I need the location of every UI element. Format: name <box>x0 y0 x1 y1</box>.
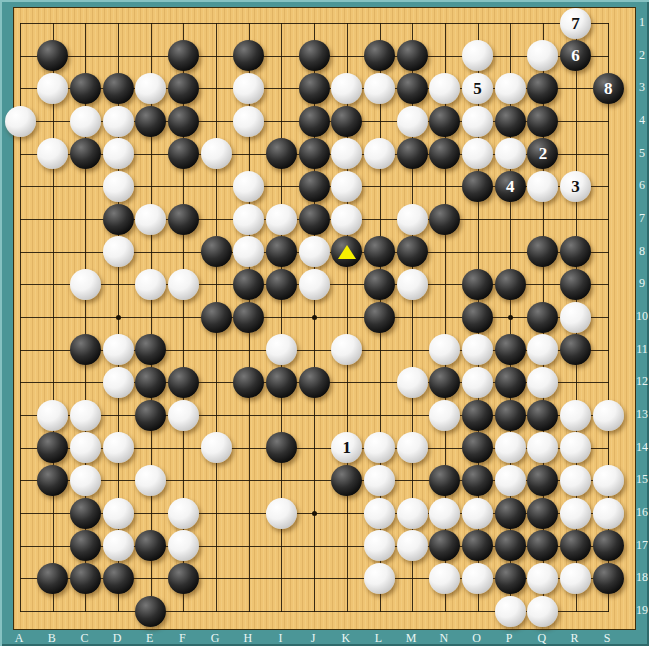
stone-F9[interactable] <box>168 269 199 300</box>
column-label-B: B <box>42 631 62 646</box>
stone-O12[interactable] <box>462 367 493 398</box>
stone-C3[interactable] <box>70 73 101 104</box>
stone-M16[interactable] <box>397 498 428 529</box>
stone-G14[interactable] <box>201 432 232 463</box>
stone-O13[interactable] <box>462 400 493 431</box>
stone-J3[interactable] <box>299 73 330 104</box>
stone-Q19[interactable] <box>527 596 558 627</box>
column-label-H: H <box>238 631 258 646</box>
stone-B3[interactable] <box>37 73 68 104</box>
stone-J5[interactable] <box>299 138 330 169</box>
stone-F5[interactable] <box>168 138 199 169</box>
stone-S16[interactable] <box>593 498 624 529</box>
move-number-label: 3 <box>571 178 580 195</box>
stone-Q5[interactable]: 2 <box>527 138 558 169</box>
column-label-J: J <box>303 631 323 646</box>
stone-I7[interactable] <box>266 204 297 235</box>
stone-F3[interactable] <box>168 73 199 104</box>
stone-O16[interactable] <box>462 498 493 529</box>
stone-N12[interactable] <box>429 367 460 398</box>
stone-N3[interactable] <box>429 73 460 104</box>
stone-F2[interactable] <box>168 40 199 71</box>
stone-O9[interactable] <box>462 269 493 300</box>
stone-P17[interactable] <box>495 530 526 561</box>
column-label-N: N <box>434 631 454 646</box>
stone-H2[interactable] <box>233 40 264 71</box>
stone-P6[interactable]: 4 <box>495 171 526 202</box>
stone-P16[interactable] <box>495 498 526 529</box>
column-label-G: G <box>205 631 225 646</box>
stone-N7[interactable] <box>429 204 460 235</box>
stone-P5[interactable] <box>495 138 526 169</box>
column-label-L: L <box>369 631 389 646</box>
stone-J7[interactable] <box>299 204 330 235</box>
stone-P18[interactable] <box>495 563 526 594</box>
stone-C4[interactable] <box>70 106 101 137</box>
stone-I14[interactable] <box>266 432 297 463</box>
stone-D6[interactable] <box>103 171 134 202</box>
star-point <box>508 315 513 320</box>
triangle-marker-icon <box>338 245 356 259</box>
stone-B14[interactable] <box>37 432 68 463</box>
stone-C18[interactable] <box>70 563 101 594</box>
stone-C17[interactable] <box>70 530 101 561</box>
column-label-O: O <box>467 631 487 646</box>
stone-D3[interactable] <box>103 73 134 104</box>
stone-R13[interactable] <box>560 400 591 431</box>
stone-M4[interactable] <box>397 106 428 137</box>
stone-Q13[interactable] <box>527 400 558 431</box>
stone-G8[interactable] <box>201 236 232 267</box>
stone-F16[interactable] <box>168 498 199 529</box>
stone-I5[interactable] <box>266 138 297 169</box>
stone-R15[interactable] <box>560 465 591 496</box>
stone-P11[interactable] <box>495 334 526 365</box>
stone-C16[interactable] <box>70 498 101 529</box>
stone-R2[interactable]: 6 <box>560 40 591 71</box>
row-label-9: 9 <box>635 276 649 291</box>
stone-R1[interactable]: 7 <box>560 8 591 39</box>
move-number-label: 7 <box>571 15 580 32</box>
stone-C9[interactable] <box>70 269 101 300</box>
stone-J12[interactable] <box>299 367 330 398</box>
stone-H10[interactable] <box>233 302 264 333</box>
stone-J4[interactable] <box>299 106 330 137</box>
row-label-4: 4 <box>635 113 649 128</box>
stone-Q4[interactable] <box>527 106 558 137</box>
column-label-I: I <box>270 631 290 646</box>
stone-A4[interactable] <box>5 106 36 137</box>
move-number-label: 8 <box>604 80 613 97</box>
column-label-D: D <box>107 631 127 646</box>
stone-E3[interactable] <box>135 73 166 104</box>
stone-H8[interactable] <box>233 236 264 267</box>
column-label-S: S <box>597 631 617 646</box>
stone-M2[interactable] <box>397 40 428 71</box>
stone-F13[interactable] <box>168 400 199 431</box>
star-point <box>312 315 317 320</box>
stone-Q6[interactable] <box>527 171 558 202</box>
stone-P3[interactable] <box>495 73 526 104</box>
stone-P19[interactable] <box>495 596 526 627</box>
stone-L15[interactable] <box>364 465 395 496</box>
stone-E17[interactable] <box>135 530 166 561</box>
move-number-label: 4 <box>506 178 515 195</box>
go-board[interactable]: 76582431 <box>13 7 636 630</box>
stone-E4[interactable] <box>135 106 166 137</box>
row-label-10: 10 <box>635 309 649 324</box>
stone-M14[interactable] <box>397 432 428 463</box>
star-point <box>312 511 317 516</box>
stone-O15[interactable] <box>462 465 493 496</box>
stone-C15[interactable] <box>70 465 101 496</box>
stone-H3[interactable] <box>233 73 264 104</box>
stone-O3[interactable]: 5 <box>462 73 493 104</box>
stone-O18[interactable] <box>462 563 493 594</box>
stone-O5[interactable] <box>462 138 493 169</box>
stone-H9[interactable] <box>233 269 264 300</box>
stone-H4[interactable] <box>233 106 264 137</box>
column-label-A: A <box>9 631 29 646</box>
stone-N11[interactable] <box>429 334 460 365</box>
stone-O6[interactable] <box>462 171 493 202</box>
stone-Q10[interactable] <box>527 302 558 333</box>
stone-B2[interactable] <box>37 40 68 71</box>
stone-B18[interactable] <box>37 563 68 594</box>
stone-R10[interactable] <box>560 302 591 333</box>
stone-Q15[interactable] <box>527 465 558 496</box>
row-label-13: 13 <box>635 407 649 422</box>
stone-H7[interactable] <box>233 204 264 235</box>
stone-Q17[interactable] <box>527 530 558 561</box>
stone-B15[interactable] <box>37 465 68 496</box>
stone-L16[interactable] <box>364 498 395 529</box>
move-number-label: 6 <box>571 47 580 64</box>
stone-S13[interactable] <box>593 400 624 431</box>
stone-R6[interactable]: 3 <box>560 171 591 202</box>
row-label-7: 7 <box>635 211 649 226</box>
stone-Q16[interactable] <box>527 498 558 529</box>
stone-F12[interactable] <box>168 367 199 398</box>
stone-Q2[interactable] <box>527 40 558 71</box>
stone-S3[interactable]: 8 <box>593 73 624 104</box>
stone-K4[interactable] <box>331 106 362 137</box>
row-label-16: 16 <box>635 505 649 520</box>
stone-D11[interactable] <box>103 334 134 365</box>
row-label-5: 5 <box>635 146 649 161</box>
go-app-window: 76582431 ABCDEFGHIJKLMNOPQRS 12345678910… <box>0 0 649 646</box>
row-label-15: 15 <box>635 472 649 487</box>
stone-M3[interactable] <box>397 73 428 104</box>
stone-Q11[interactable] <box>527 334 558 365</box>
stone-B13[interactable] <box>37 400 68 431</box>
stone-Q3[interactable] <box>527 73 558 104</box>
stone-C13[interactable] <box>70 400 101 431</box>
stone-R14[interactable] <box>560 432 591 463</box>
stone-S15[interactable] <box>593 465 624 496</box>
stone-O2[interactable] <box>462 40 493 71</box>
stone-S17[interactable] <box>593 530 624 561</box>
stone-O11[interactable] <box>462 334 493 365</box>
stone-Q12[interactable] <box>527 367 558 398</box>
stone-N15[interactable] <box>429 465 460 496</box>
move-number-label: 2 <box>539 145 548 162</box>
row-label-3: 3 <box>635 80 649 95</box>
stone-R18[interactable] <box>560 563 591 594</box>
stone-L18[interactable] <box>364 563 395 594</box>
stone-P15[interactable] <box>495 465 526 496</box>
stone-Q18[interactable] <box>527 563 558 594</box>
stone-L2[interactable] <box>364 40 395 71</box>
stone-O14[interactable] <box>462 432 493 463</box>
stone-H6[interactable] <box>233 171 264 202</box>
row-label-11: 11 <box>635 342 649 357</box>
stone-O17[interactable] <box>462 530 493 561</box>
stone-R17[interactable] <box>560 530 591 561</box>
row-label-12: 12 <box>635 374 649 389</box>
stone-L9[interactable] <box>364 269 395 300</box>
stone-D16[interactable] <box>103 498 134 529</box>
stone-J2[interactable] <box>299 40 330 71</box>
row-label-2: 2 <box>635 48 649 63</box>
stone-K8[interactable] <box>331 236 362 267</box>
stone-J9[interactable] <box>299 269 330 300</box>
row-label-8: 8 <box>635 244 649 259</box>
row-label-17: 17 <box>635 538 649 553</box>
stone-O4[interactable] <box>462 106 493 137</box>
stone-L3[interactable] <box>364 73 395 104</box>
stone-D17[interactable] <box>103 530 134 561</box>
stone-L14[interactable] <box>364 432 395 463</box>
stone-M7[interactable] <box>397 204 428 235</box>
stone-I8[interactable] <box>266 236 297 267</box>
stone-P9[interactable] <box>495 269 526 300</box>
row-label-19: 19 <box>635 603 649 618</box>
stone-J6[interactable] <box>299 171 330 202</box>
stone-F17[interactable] <box>168 530 199 561</box>
stone-K7[interactable] <box>331 204 362 235</box>
stone-L17[interactable] <box>364 530 395 561</box>
stone-K11[interactable] <box>331 334 362 365</box>
stone-F4[interactable] <box>168 106 199 137</box>
stone-C14[interactable] <box>70 432 101 463</box>
stone-G10[interactable] <box>201 302 232 333</box>
stone-L10[interactable] <box>364 302 395 333</box>
stone-F7[interactable] <box>168 204 199 235</box>
stone-N5[interactable] <box>429 138 460 169</box>
stone-M9[interactable] <box>397 269 428 300</box>
stone-B5[interactable] <box>37 138 68 169</box>
stone-M12[interactable] <box>397 367 428 398</box>
stone-M5[interactable] <box>397 138 428 169</box>
stone-O10[interactable] <box>462 302 493 333</box>
stone-D12[interactable] <box>103 367 134 398</box>
move-number-label: 1 <box>343 439 352 456</box>
stone-K3[interactable] <box>331 73 362 104</box>
stone-R11[interactable] <box>560 334 591 365</box>
stone-N13[interactable] <box>429 400 460 431</box>
stone-M17[interactable] <box>397 530 428 561</box>
stone-H12[interactable] <box>233 367 264 398</box>
stone-F18[interactable] <box>168 563 199 594</box>
row-label-18: 18 <box>635 570 649 585</box>
stone-M8[interactable] <box>397 236 428 267</box>
stone-Q8[interactable] <box>527 236 558 267</box>
column-label-M: M <box>401 631 421 646</box>
stone-E13[interactable] <box>135 400 166 431</box>
stone-R8[interactable] <box>560 236 591 267</box>
stone-E15[interactable] <box>135 465 166 496</box>
stone-N4[interactable] <box>429 106 460 137</box>
star-point <box>116 315 121 320</box>
stone-G5[interactable] <box>201 138 232 169</box>
stone-K6[interactable] <box>331 171 362 202</box>
stone-L5[interactable] <box>364 138 395 169</box>
stone-E9[interactable] <box>135 269 166 300</box>
stone-E12[interactable] <box>135 367 166 398</box>
row-label-1: 1 <box>635 15 649 30</box>
stone-N16[interactable] <box>429 498 460 529</box>
column-label-Q: Q <box>532 631 552 646</box>
stone-J8[interactable] <box>299 236 330 267</box>
stone-P14[interactable] <box>495 432 526 463</box>
stone-S18[interactable] <box>593 563 624 594</box>
stone-N17[interactable] <box>429 530 460 561</box>
stone-I16[interactable] <box>266 498 297 529</box>
stone-P4[interactable] <box>495 106 526 137</box>
move-number-label: 5 <box>473 80 482 97</box>
stone-L8[interactable] <box>364 236 395 267</box>
stone-D14[interactable] <box>103 432 134 463</box>
column-label-F: F <box>172 631 192 646</box>
column-label-C: C <box>74 631 94 646</box>
column-label-R: R <box>565 631 585 646</box>
stone-E11[interactable] <box>135 334 166 365</box>
stone-D5[interactable] <box>103 138 134 169</box>
stone-D7[interactable] <box>103 204 134 235</box>
stone-Q14[interactable] <box>527 432 558 463</box>
row-label-6: 6 <box>635 178 649 193</box>
stone-I11[interactable] <box>266 334 297 365</box>
column-label-P: P <box>499 631 519 646</box>
stone-P12[interactable] <box>495 367 526 398</box>
stone-R16[interactable] <box>560 498 591 529</box>
stone-D8[interactable] <box>103 236 134 267</box>
stone-D4[interactable] <box>103 106 134 137</box>
stone-D18[interactable] <box>103 563 134 594</box>
column-label-E: E <box>140 631 160 646</box>
stone-I12[interactable] <box>266 367 297 398</box>
stone-P13[interactable] <box>495 400 526 431</box>
column-label-K: K <box>336 631 356 646</box>
stone-N18[interactable] <box>429 563 460 594</box>
stone-C5[interactable] <box>70 138 101 169</box>
stone-E19[interactable] <box>135 596 166 627</box>
stone-K14[interactable]: 1 <box>331 432 362 463</box>
stone-C11[interactable] <box>70 334 101 365</box>
stone-R9[interactable] <box>560 269 591 300</box>
stone-I9[interactable] <box>266 269 297 300</box>
row-label-14: 14 <box>635 440 649 455</box>
stone-E7[interactable] <box>135 204 166 235</box>
stone-K15[interactable] <box>331 465 362 496</box>
stone-K5[interactable] <box>331 138 362 169</box>
